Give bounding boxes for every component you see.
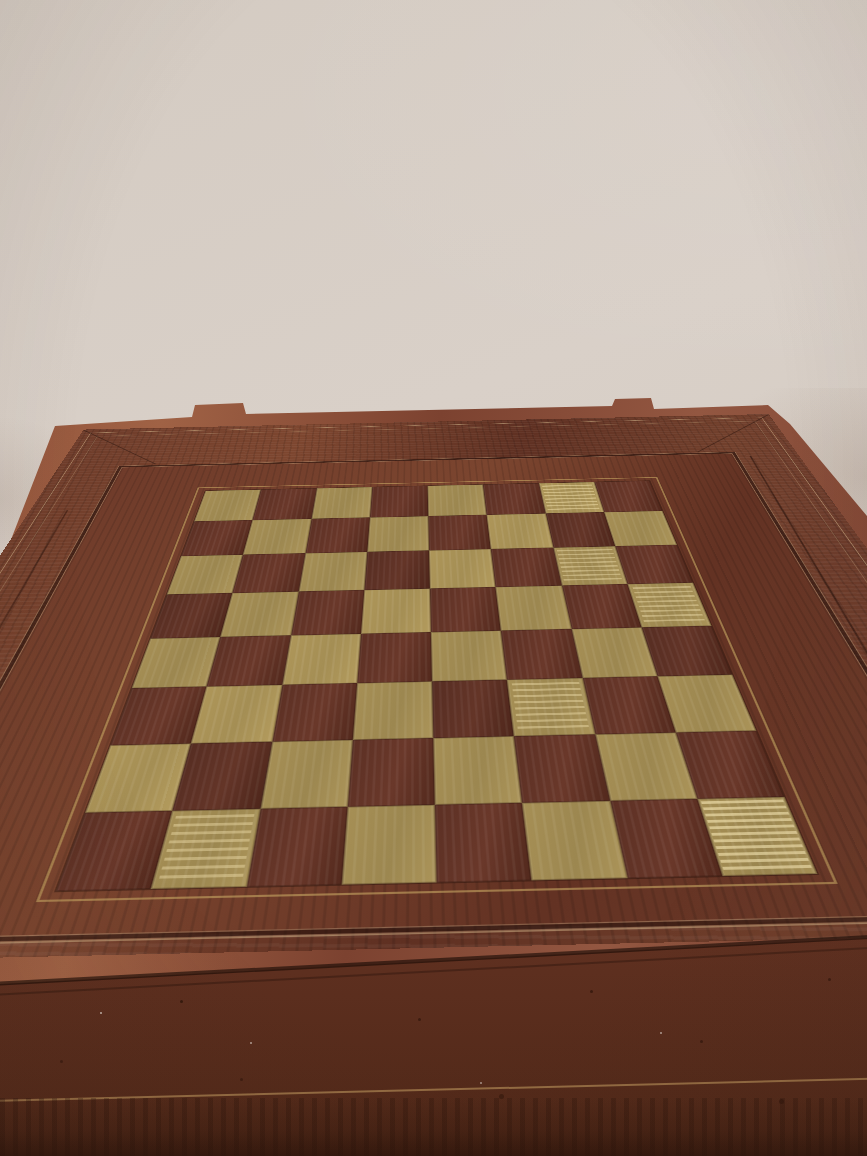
board-square-r3c6 <box>491 548 561 588</box>
board-square-r2c2 <box>243 519 311 555</box>
board-square-r2c7 <box>545 512 615 547</box>
board-square-r3c5 <box>429 549 496 589</box>
board-square-r1c6 <box>483 483 545 515</box>
board-square-r3c2 <box>233 553 306 593</box>
board-square-r6c6 <box>507 678 595 736</box>
board-square-r6c5 <box>432 680 514 739</box>
board-square-r7c6 <box>514 735 610 803</box>
board-square-r1c2 <box>253 488 317 520</box>
board-square-r1c1 <box>194 490 261 522</box>
board-square-r2c3 <box>305 518 370 554</box>
board-square-r8c4 <box>341 804 436 884</box>
board-square-r6c3 <box>272 683 357 742</box>
board-square-r3c3 <box>298 552 367 592</box>
board-square-r7c5 <box>433 736 522 804</box>
front-apron-bottom <box>0 1098 867 1156</box>
board-square-r6c4 <box>353 681 434 740</box>
board-square-r5c5 <box>431 630 507 681</box>
board-square-r7c2 <box>173 742 272 811</box>
board-square-r5c4 <box>357 632 432 683</box>
board-square-r4c6 <box>496 586 571 631</box>
board-square-r8c6 <box>522 800 627 880</box>
photo-scene <box>0 0 867 1156</box>
board-square-r7c3 <box>260 740 353 808</box>
board-square-r1c3 <box>311 487 372 519</box>
board-square-r1c4 <box>370 486 429 518</box>
dirt-specks <box>180 1000 183 1003</box>
board-square-r3c4 <box>364 550 430 590</box>
board-square-r1c7 <box>539 482 604 514</box>
board-square-r8c3 <box>246 806 347 886</box>
board-square-r6c2 <box>191 685 282 744</box>
board-square-r2c4 <box>367 516 429 551</box>
board-square-r3c1 <box>167 555 243 595</box>
board-square-r5c6 <box>501 629 582 680</box>
board-square-r4c5 <box>430 587 501 632</box>
board-square-r2c5 <box>428 515 491 550</box>
board-square-r1c5 <box>428 485 487 517</box>
board-square-r8c5 <box>435 802 532 882</box>
board-square-r7c4 <box>347 738 434 806</box>
tabletop-surface <box>0 414 867 964</box>
board-square-r5c3 <box>282 633 361 684</box>
board-square-r4c4 <box>361 589 431 634</box>
dust-specks <box>100 1012 102 1014</box>
board-square-r2c1 <box>181 520 252 556</box>
board-square-r5c2 <box>207 635 291 686</box>
board-square-r2c6 <box>487 514 553 549</box>
board-square-r4c3 <box>291 590 364 635</box>
board-square-r4c2 <box>221 592 299 637</box>
